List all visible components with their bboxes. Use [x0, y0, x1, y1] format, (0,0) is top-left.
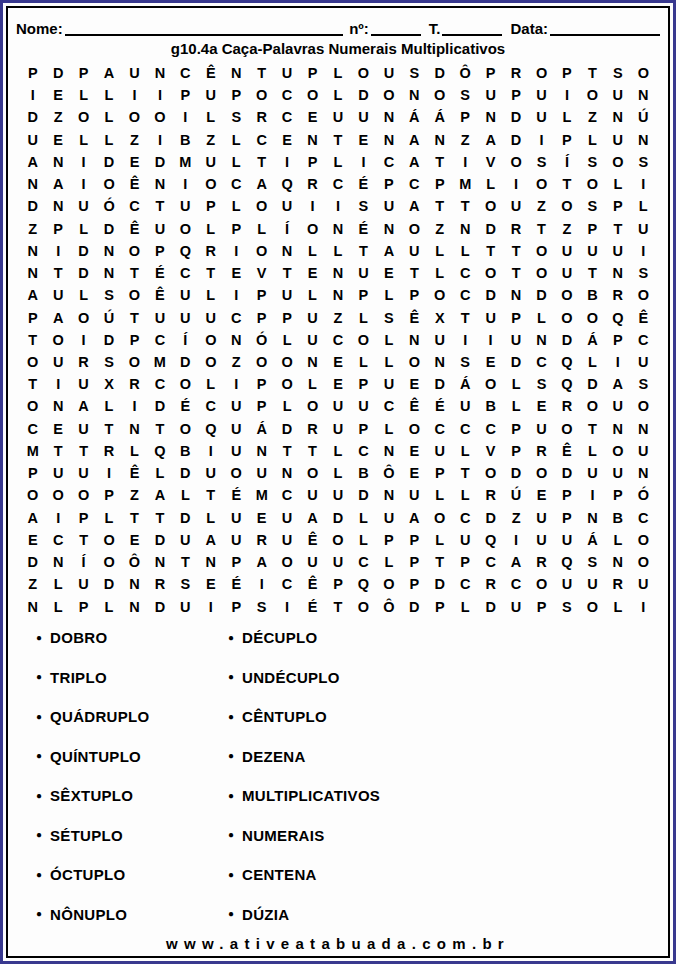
grid-cell-r19c13[interactable]: L — [325, 462, 350, 484]
grid-cell-r13c1[interactable]: T — [20, 329, 45, 351]
grid-cell-r15c17[interactable]: D — [427, 373, 452, 395]
grid-cell-r9c17[interactable]: L — [427, 240, 452, 262]
grid-cell-r23c5[interactable]: Ô — [122, 551, 147, 573]
grid-cell-r7c17[interactable]: T — [427, 195, 452, 217]
grid-cell-r24c19[interactable]: R — [478, 574, 503, 596]
grid-cell-r12c18[interactable]: T — [452, 307, 477, 329]
grid-cell-r15c23[interactable]: D — [580, 373, 605, 395]
grid-cell-r15c25[interactable]: S — [631, 373, 656, 395]
grid-cell-r17c22[interactable]: O — [554, 418, 579, 440]
grid-cell-r1c25[interactable]: O — [631, 62, 656, 84]
grid-cell-r8c20[interactable]: R — [503, 218, 528, 240]
grid-cell-r21c17[interactable]: O — [427, 507, 452, 529]
grid-cell-r21c1[interactable]: A — [20, 507, 45, 529]
grid-cell-r3c23[interactable]: Z — [580, 106, 605, 128]
number-input-line[interactable] — [371, 21, 421, 36]
grid-cell-r9c22[interactable]: U — [554, 240, 579, 262]
grid-cell-r20c7[interactable]: L — [173, 485, 198, 507]
grid-cell-r5c23[interactable]: S — [580, 151, 605, 173]
grid-cell-r5c2[interactable]: N — [45, 151, 70, 173]
grid-cell-r20c13[interactable]: U — [325, 485, 350, 507]
grid-cell-r9c16[interactable]: U — [402, 240, 427, 262]
grid-cell-r4c24[interactable]: U — [605, 129, 630, 151]
grid-cell-r3c24[interactable]: N — [605, 106, 630, 128]
grid-cell-r23c4[interactable]: O — [96, 551, 121, 573]
grid-cell-r22c2[interactable]: C — [45, 529, 70, 551]
grid-cell-r10c20[interactable]: T — [503, 262, 528, 284]
grid-cell-r13c17[interactable]: U — [427, 329, 452, 351]
grid-cell-r12c1[interactable]: P — [20, 307, 45, 329]
grid-cell-r1c6[interactable]: N — [147, 62, 172, 84]
grid-cell-r2c10[interactable]: O — [249, 84, 274, 106]
grid-cell-r21c9[interactable]: U — [224, 507, 249, 529]
grid-cell-r15c24[interactable]: A — [605, 373, 630, 395]
grid-cell-r4c1[interactable]: U — [20, 129, 45, 151]
grid-cell-r25c5[interactable]: N — [122, 596, 147, 618]
grid-cell-r10c21[interactable]: O — [529, 262, 554, 284]
grid-cell-r10c17[interactable]: L — [427, 262, 452, 284]
grid-cell-r8c23[interactable]: P — [580, 218, 605, 240]
grid-cell-r6c21[interactable]: O — [529, 173, 554, 195]
grid-cell-r8c11[interactable]: Í — [274, 218, 299, 240]
grid-cell-r15c5[interactable]: R — [122, 373, 147, 395]
grid-cell-r23c14[interactable]: C — [351, 551, 376, 573]
grid-cell-r11c24[interactable]: R — [605, 284, 630, 306]
grid-cell-r10c9[interactable]: E — [224, 262, 249, 284]
grid-cell-r8c17[interactable]: Z — [427, 218, 452, 240]
grid-cell-r3c16[interactable]: Á — [402, 106, 427, 128]
grid-cell-r2c2[interactable]: E — [45, 84, 70, 106]
grid-cell-r1c21[interactable]: O — [529, 62, 554, 84]
grid-cell-r21c7[interactable]: D — [173, 507, 198, 529]
grid-cell-r24c23[interactable]: U — [580, 574, 605, 596]
grid-cell-r22c8[interactable]: A — [198, 529, 223, 551]
grid-cell-r17c6[interactable]: T — [147, 418, 172, 440]
grid-cell-r16c14[interactable]: U — [351, 396, 376, 418]
grid-cell-r17c2[interactable]: E — [45, 418, 70, 440]
grid-cell-r20c23[interactable]: I — [580, 485, 605, 507]
grid-cell-r18c20[interactable]: P — [503, 440, 528, 462]
grid-cell-r25c7[interactable]: U — [173, 596, 198, 618]
grid-cell-r19c22[interactable]: D — [554, 462, 579, 484]
grid-cell-r10c18[interactable]: C — [452, 262, 477, 284]
grid-cell-r3c3[interactable]: O — [71, 106, 96, 128]
grid-cell-r18c3[interactable]: T — [71, 440, 96, 462]
grid-cell-r21c23[interactable]: N — [580, 507, 605, 529]
grid-cell-r22c18[interactable]: U — [452, 529, 477, 551]
grid-cell-r3c7[interactable]: I — [173, 106, 198, 128]
grid-cell-r18c17[interactable]: U — [427, 440, 452, 462]
grid-cell-r15c16[interactable]: E — [402, 373, 427, 395]
grid-cell-r13c3[interactable]: I — [71, 329, 96, 351]
grid-cell-r25c22[interactable]: S — [554, 596, 579, 618]
grid-cell-r4c10[interactable]: C — [249, 129, 274, 151]
grid-cell-r1c8[interactable]: Ê — [198, 62, 223, 84]
grid-cell-r18c14[interactable]: C — [351, 440, 376, 462]
grid-cell-r5c1[interactable]: A — [20, 151, 45, 173]
grid-cell-r12c12[interactable]: U — [300, 307, 325, 329]
grid-cell-r6c13[interactable]: C — [325, 173, 350, 195]
grid-cell-r7c21[interactable]: Z — [529, 195, 554, 217]
grid-cell-r12c15[interactable]: S — [376, 307, 401, 329]
grid-cell-r5c21[interactable]: S — [529, 151, 554, 173]
grid-cell-r19c24[interactable]: U — [605, 462, 630, 484]
grid-cell-r25c13[interactable]: T — [325, 596, 350, 618]
grid-cell-r13c5[interactable]: P — [122, 329, 147, 351]
grid-cell-r8c4[interactable]: D — [96, 218, 121, 240]
grid-cell-r19c23[interactable]: U — [580, 462, 605, 484]
grid-cell-r24c17[interactable]: D — [427, 574, 452, 596]
grid-cell-r4c8[interactable]: Z — [198, 129, 223, 151]
grid-cell-r1c15[interactable]: U — [376, 62, 401, 84]
grid-cell-r14c22[interactable]: Q — [554, 351, 579, 373]
grid-cell-r7c9[interactable]: L — [224, 195, 249, 217]
grid-cell-r18c10[interactable]: N — [249, 440, 274, 462]
grid-cell-r4c11[interactable]: E — [274, 129, 299, 151]
grid-cell-r4c18[interactable]: Z — [452, 129, 477, 151]
grid-cell-r6c4[interactable]: O — [96, 173, 121, 195]
grid-cell-r2c4[interactable]: L — [96, 84, 121, 106]
grid-cell-r14c10[interactable]: O — [249, 351, 274, 373]
grid-cell-r19c1[interactable]: P — [20, 462, 45, 484]
grid-cell-r2c11[interactable]: C — [274, 84, 299, 106]
grid-cell-r24c24[interactable]: R — [605, 574, 630, 596]
grid-cell-r20c5[interactable]: Z — [122, 485, 147, 507]
grid-cell-r15c14[interactable]: P — [351, 373, 376, 395]
grid-cell-r10c4[interactable]: N — [96, 262, 121, 284]
grid-cell-r2c15[interactable]: O — [376, 84, 401, 106]
grid-cell-r11c15[interactable]: L — [376, 284, 401, 306]
grid-cell-r1c3[interactable]: P — [71, 62, 96, 84]
grid-cell-r18c4[interactable]: R — [96, 440, 121, 462]
date-input-line[interactable] — [550, 21, 660, 36]
grid-cell-r21c19[interactable]: D — [478, 507, 503, 529]
grid-cell-r7c5[interactable]: C — [122, 195, 147, 217]
grid-cell-r6c2[interactable]: A — [45, 173, 70, 195]
grid-cell-r3c5[interactable]: O — [122, 106, 147, 128]
grid-cell-r11c16[interactable]: P — [402, 284, 427, 306]
grid-cell-r13c14[interactable]: O — [351, 329, 376, 351]
grid-cell-r5c17[interactable]: T — [427, 151, 452, 173]
word-item-right-7[interactable]: ●CENTENA — [228, 855, 668, 895]
grid-cell-r22c10[interactable]: R — [249, 529, 274, 551]
grid-cell-r3c6[interactable]: O — [147, 106, 172, 128]
grid-cell-r21c22[interactable]: P — [554, 507, 579, 529]
grid-cell-r2c8[interactable]: U — [198, 84, 223, 106]
grid-cell-r6c6[interactable]: N — [147, 173, 172, 195]
grid-cell-r7c20[interactable]: U — [503, 195, 528, 217]
grid-cell-r10c8[interactable]: T — [198, 262, 223, 284]
grid-cell-r1c16[interactable]: S — [402, 62, 427, 84]
grid-cell-r6c19[interactable]: L — [478, 173, 503, 195]
grid-cell-r18c16[interactable]: E — [402, 440, 427, 462]
grid-cell-r24c2[interactable]: L — [45, 574, 70, 596]
grid-cell-r6c14[interactable]: É — [351, 173, 376, 195]
grid-cell-r3c11[interactable]: C — [274, 106, 299, 128]
grid-cell-r11c7[interactable]: U — [173, 284, 198, 306]
grid-cell-r13c2[interactable]: O — [45, 329, 70, 351]
grid-cell-r22c24[interactable]: L — [605, 529, 630, 551]
grid-cell-r20c21[interactable]: E — [529, 485, 554, 507]
grid-cell-r15c2[interactable]: I — [45, 373, 70, 395]
grid-cell-r14c18[interactable]: S — [452, 351, 477, 373]
grid-cell-r25c25[interactable]: I — [631, 596, 656, 618]
grid-cell-r15c9[interactable]: I — [224, 373, 249, 395]
grid-cell-r22c12[interactable]: Ê — [300, 529, 325, 551]
grid-cell-r24c25[interactable]: U — [631, 574, 656, 596]
grid-cell-r13c12[interactable]: U — [300, 329, 325, 351]
grid-cell-r18c6[interactable]: Q — [147, 440, 172, 462]
grid-cell-r19c16[interactable]: E — [402, 462, 427, 484]
grid-cell-r25c17[interactable]: P — [427, 596, 452, 618]
grid-cell-r5c14[interactable]: I — [351, 151, 376, 173]
grid-cell-r14c15[interactable]: L — [376, 351, 401, 373]
grid-cell-r2c18[interactable]: S — [452, 84, 477, 106]
grid-cell-r18c18[interactable]: L — [452, 440, 477, 462]
grid-cell-r6c5[interactable]: Ê — [122, 173, 147, 195]
grid-cell-r18c9[interactable]: U — [224, 440, 249, 462]
grid-cell-r2c21[interactable]: U — [529, 84, 554, 106]
grid-cell-r5c3[interactable]: I — [71, 151, 96, 173]
grid-cell-r16c23[interactable]: O — [580, 396, 605, 418]
grid-cell-r7c19[interactable]: O — [478, 195, 503, 217]
grid-cell-r1c13[interactable]: L — [325, 62, 350, 84]
grid-cell-r13c24[interactable]: P — [605, 329, 630, 351]
grid-cell-r21c2[interactable]: I — [45, 507, 70, 529]
grid-cell-r13c25[interactable]: C — [631, 329, 656, 351]
grid-cell-r1c22[interactable]: P — [554, 62, 579, 84]
grid-cell-r16c1[interactable]: O — [20, 396, 45, 418]
grid-cell-r22c15[interactable]: P — [376, 529, 401, 551]
grid-cell-r15c15[interactable]: U — [376, 373, 401, 395]
grid-cell-r8c3[interactable]: L — [71, 218, 96, 240]
grid-cell-r7c23[interactable]: S — [580, 195, 605, 217]
grid-cell-r17c21[interactable]: U — [529, 418, 554, 440]
grid-cell-r20c2[interactable]: O — [45, 485, 70, 507]
grid-cell-r25c14[interactable]: O — [351, 596, 376, 618]
grid-cell-r22c17[interactable]: L — [427, 529, 452, 551]
grid-cell-r15c8[interactable]: L — [198, 373, 223, 395]
grid-cell-r12c23[interactable]: O — [580, 307, 605, 329]
grid-cell-r23c18[interactable]: P — [452, 551, 477, 573]
grid-cell-r5c16[interactable]: A — [402, 151, 427, 173]
grid-cell-r18c12[interactable]: T — [300, 440, 325, 462]
grid-cell-r20c8[interactable]: T — [198, 485, 223, 507]
grid-cell-r21c24[interactable]: B — [605, 507, 630, 529]
grid-cell-r21c4[interactable]: L — [96, 507, 121, 529]
grid-cell-r20c10[interactable]: M — [249, 485, 274, 507]
grid-cell-r17c15[interactable]: L — [376, 418, 401, 440]
grid-cell-r16c10[interactable]: P — [249, 396, 274, 418]
grid-cell-r12c4[interactable]: Ú — [96, 307, 121, 329]
grid-cell-r16c11[interactable]: L — [274, 396, 299, 418]
grid-cell-r25c11[interactable]: I — [274, 596, 299, 618]
grid-cell-r4c13[interactable]: T — [325, 129, 350, 151]
grid-cell-r4c5[interactable]: Z — [122, 129, 147, 151]
grid-cell-r11c12[interactable]: L — [300, 284, 325, 306]
grid-cell-r23c13[interactable]: U — [325, 551, 350, 573]
grid-cell-r3c13[interactable]: U — [325, 106, 350, 128]
grid-cell-r14c6[interactable]: M — [147, 351, 172, 373]
grid-cell-r19c5[interactable]: Ê — [122, 462, 147, 484]
grid-cell-r3c18[interactable]: P — [452, 106, 477, 128]
grid-cell-r3c10[interactable]: R — [249, 106, 274, 128]
grid-cell-r20c11[interactable]: C — [274, 485, 299, 507]
grid-cell-r23c24[interactable]: N — [605, 551, 630, 573]
grid-cell-r4c23[interactable]: L — [580, 129, 605, 151]
grid-cell-r8c5[interactable]: Ê — [122, 218, 147, 240]
grid-cell-r5c12[interactable]: P — [300, 151, 325, 173]
grid-cell-r19c21[interactable]: O — [529, 462, 554, 484]
grid-cell-r23c12[interactable]: U — [300, 551, 325, 573]
grid-cell-r7c8[interactable]: P — [198, 195, 223, 217]
grid-cell-r6c8[interactable]: O — [198, 173, 223, 195]
grid-cell-r13c13[interactable]: C — [325, 329, 350, 351]
grid-cell-r23c11[interactable]: O — [274, 551, 299, 573]
grid-cell-r21c20[interactable]: Z — [503, 507, 528, 529]
grid-cell-r23c16[interactable]: P — [402, 551, 427, 573]
grid-cell-r13c16[interactable]: N — [402, 329, 427, 351]
grid-cell-r2c23[interactable]: O — [580, 84, 605, 106]
grid-cell-r8c18[interactable]: N — [452, 218, 477, 240]
word-item-left-3[interactable]: ●QUÁDRUPLO — [36, 697, 228, 737]
grid-cell-r10c6[interactable]: É — [147, 262, 172, 284]
grid-cell-r7c4[interactable]: Ó — [96, 195, 121, 217]
grid-cell-r19c19[interactable]: O — [478, 462, 503, 484]
grid-cell-r21c18[interactable]: C — [452, 507, 477, 529]
grid-cell-r25c6[interactable]: D — [147, 596, 172, 618]
grid-cell-r4c3[interactable]: L — [71, 129, 96, 151]
grid-cell-r15c13[interactable]: E — [325, 373, 350, 395]
grid-cell-r7c1[interactable]: D — [20, 195, 45, 217]
grid-cell-r15c7[interactable]: O — [173, 373, 198, 395]
grid-cell-r12c10[interactable]: P — [249, 307, 274, 329]
word-item-left-5[interactable]: ●SÊXTUPLO — [36, 776, 228, 816]
grid-cell-r3c21[interactable]: U — [529, 106, 554, 128]
grid-cell-r6c25[interactable]: I — [631, 173, 656, 195]
grid-cell-r7c14[interactable]: S — [351, 195, 376, 217]
grid-cell-r2c9[interactable]: P — [224, 84, 249, 106]
grid-cell-r9c7[interactable]: Q — [173, 240, 198, 262]
grid-cell-r1c12[interactable]: P — [300, 62, 325, 84]
grid-cell-r18c7[interactable]: B — [173, 440, 198, 462]
grid-cell-r12c8[interactable]: U — [198, 307, 223, 329]
grid-cell-r11c9[interactable]: I — [224, 284, 249, 306]
grid-cell-r20c20[interactable]: Ú — [503, 485, 528, 507]
grid-cell-r8c14[interactable]: É — [351, 218, 376, 240]
grid-cell-r16c5[interactable]: I — [122, 396, 147, 418]
grid-cell-r1c24[interactable]: S — [605, 62, 630, 84]
grid-cell-r10c13[interactable]: N — [325, 262, 350, 284]
grid-cell-r4c22[interactable]: P — [554, 129, 579, 151]
grid-cell-r21c11[interactable]: U — [274, 507, 299, 529]
grid-cell-r15c18[interactable]: Á — [452, 373, 477, 395]
grid-cell-r6c3[interactable]: I — [71, 173, 96, 195]
grid-cell-r6c1[interactable]: N — [20, 173, 45, 195]
grid-cell-r13c11[interactable]: L — [274, 329, 299, 351]
grid-cell-r12c6[interactable]: U — [147, 307, 172, 329]
word-item-right-8[interactable]: ●DÚZIA — [228, 895, 668, 935]
grid-cell-r2c24[interactable]: U — [605, 84, 630, 106]
grid-cell-r14c12[interactable]: N — [300, 351, 325, 373]
grid-cell-r8c10[interactable]: L — [249, 218, 274, 240]
grid-cell-r19c11[interactable]: N — [274, 462, 299, 484]
grid-cell-r14c23[interactable]: L — [580, 351, 605, 373]
grid-cell-r17c20[interactable]: P — [503, 418, 528, 440]
grid-cell-r7c6[interactable]: T — [147, 195, 172, 217]
grid-cell-r14c19[interactable]: E — [478, 351, 503, 373]
grid-cell-r20c12[interactable]: U — [300, 485, 325, 507]
grid-cell-r2c7[interactable]: P — [173, 84, 198, 106]
grid-cell-r6c23[interactable]: O — [580, 173, 605, 195]
grid-cell-r6c7[interactable]: I — [173, 173, 198, 195]
grid-cell-r22c3[interactable]: T — [71, 529, 96, 551]
grid-cell-r10c19[interactable]: O — [478, 262, 503, 284]
grid-cell-r6c9[interactable]: C — [224, 173, 249, 195]
grid-cell-r10c7[interactable]: C — [173, 262, 198, 284]
grid-cell-r18c13[interactable]: L — [325, 440, 350, 462]
grid-cell-r9c10[interactable]: O — [249, 240, 274, 262]
grid-cell-r23c6[interactable]: N — [147, 551, 172, 573]
grid-cell-r9c21[interactable]: O — [529, 240, 554, 262]
grid-cell-r11c6[interactable]: Ê — [147, 284, 172, 306]
grid-cell-r19c2[interactable]: U — [45, 462, 70, 484]
grid-cell-r2c3[interactable]: L — [71, 84, 96, 106]
grid-cell-r8c21[interactable]: T — [529, 218, 554, 240]
grid-cell-r12c9[interactable]: C — [224, 307, 249, 329]
grid-cell-r19c8[interactable]: U — [198, 462, 223, 484]
grid-cell-r22c9[interactable]: U — [224, 529, 249, 551]
grid-cell-r13c8[interactable]: O — [198, 329, 223, 351]
grid-cell-r12c25[interactable]: Ê — [631, 307, 656, 329]
grid-cell-r11c3[interactable]: L — [71, 284, 96, 306]
grid-cell-r25c16[interactable]: D — [402, 596, 427, 618]
grid-cell-r25c4[interactable]: L — [96, 596, 121, 618]
grid-cell-r7c24[interactable]: P — [605, 195, 630, 217]
grid-cell-r24c16[interactable]: P — [402, 574, 427, 596]
grid-cell-r10c15[interactable]: E — [376, 262, 401, 284]
grid-cell-r19c15[interactable]: Ô — [376, 462, 401, 484]
grid-cell-r7c10[interactable]: O — [249, 195, 274, 217]
grid-cell-r11c17[interactable]: O — [427, 284, 452, 306]
grid-cell-r21c15[interactable]: U — [376, 507, 401, 529]
grid-cell-r16c15[interactable]: C — [376, 396, 401, 418]
grid-cell-r15c4[interactable]: X — [96, 373, 121, 395]
grid-cell-r6c17[interactable]: P — [427, 173, 452, 195]
grid-cell-r5c5[interactable]: E — [122, 151, 147, 173]
grid-cell-r20c1[interactable]: O — [20, 485, 45, 507]
grid-cell-r4c2[interactable]: E — [45, 129, 70, 151]
grid-cell-r18c23[interactable]: L — [580, 440, 605, 462]
grid-cell-r16c24[interactable]: U — [605, 396, 630, 418]
grid-cell-r11c23[interactable]: B — [580, 284, 605, 306]
grid-cell-r18c25[interactable]: U — [631, 440, 656, 462]
grid-cell-r22c4[interactable]: O — [96, 529, 121, 551]
grid-cell-r19c20[interactable]: D — [503, 462, 528, 484]
grid-cell-r8c22[interactable]: Z — [554, 218, 579, 240]
grid-cell-r20c9[interactable]: É — [224, 485, 249, 507]
grid-cell-r4c4[interactable]: L — [96, 129, 121, 151]
grid-cell-r12c21[interactable]: L — [529, 307, 554, 329]
grid-cell-r7c13[interactable]: I — [325, 195, 350, 217]
grid-cell-r24c20[interactable]: C — [503, 574, 528, 596]
grid-cell-r21c25[interactable]: C — [631, 507, 656, 529]
grid-cell-r6c22[interactable]: T — [554, 173, 579, 195]
grid-cell-r13c21[interactable]: N — [529, 329, 554, 351]
grid-cell-r9c23[interactable]: U — [580, 240, 605, 262]
grid-cell-r6c10[interactable]: A — [249, 173, 274, 195]
grid-cell-r2c20[interactable]: P — [503, 84, 528, 106]
